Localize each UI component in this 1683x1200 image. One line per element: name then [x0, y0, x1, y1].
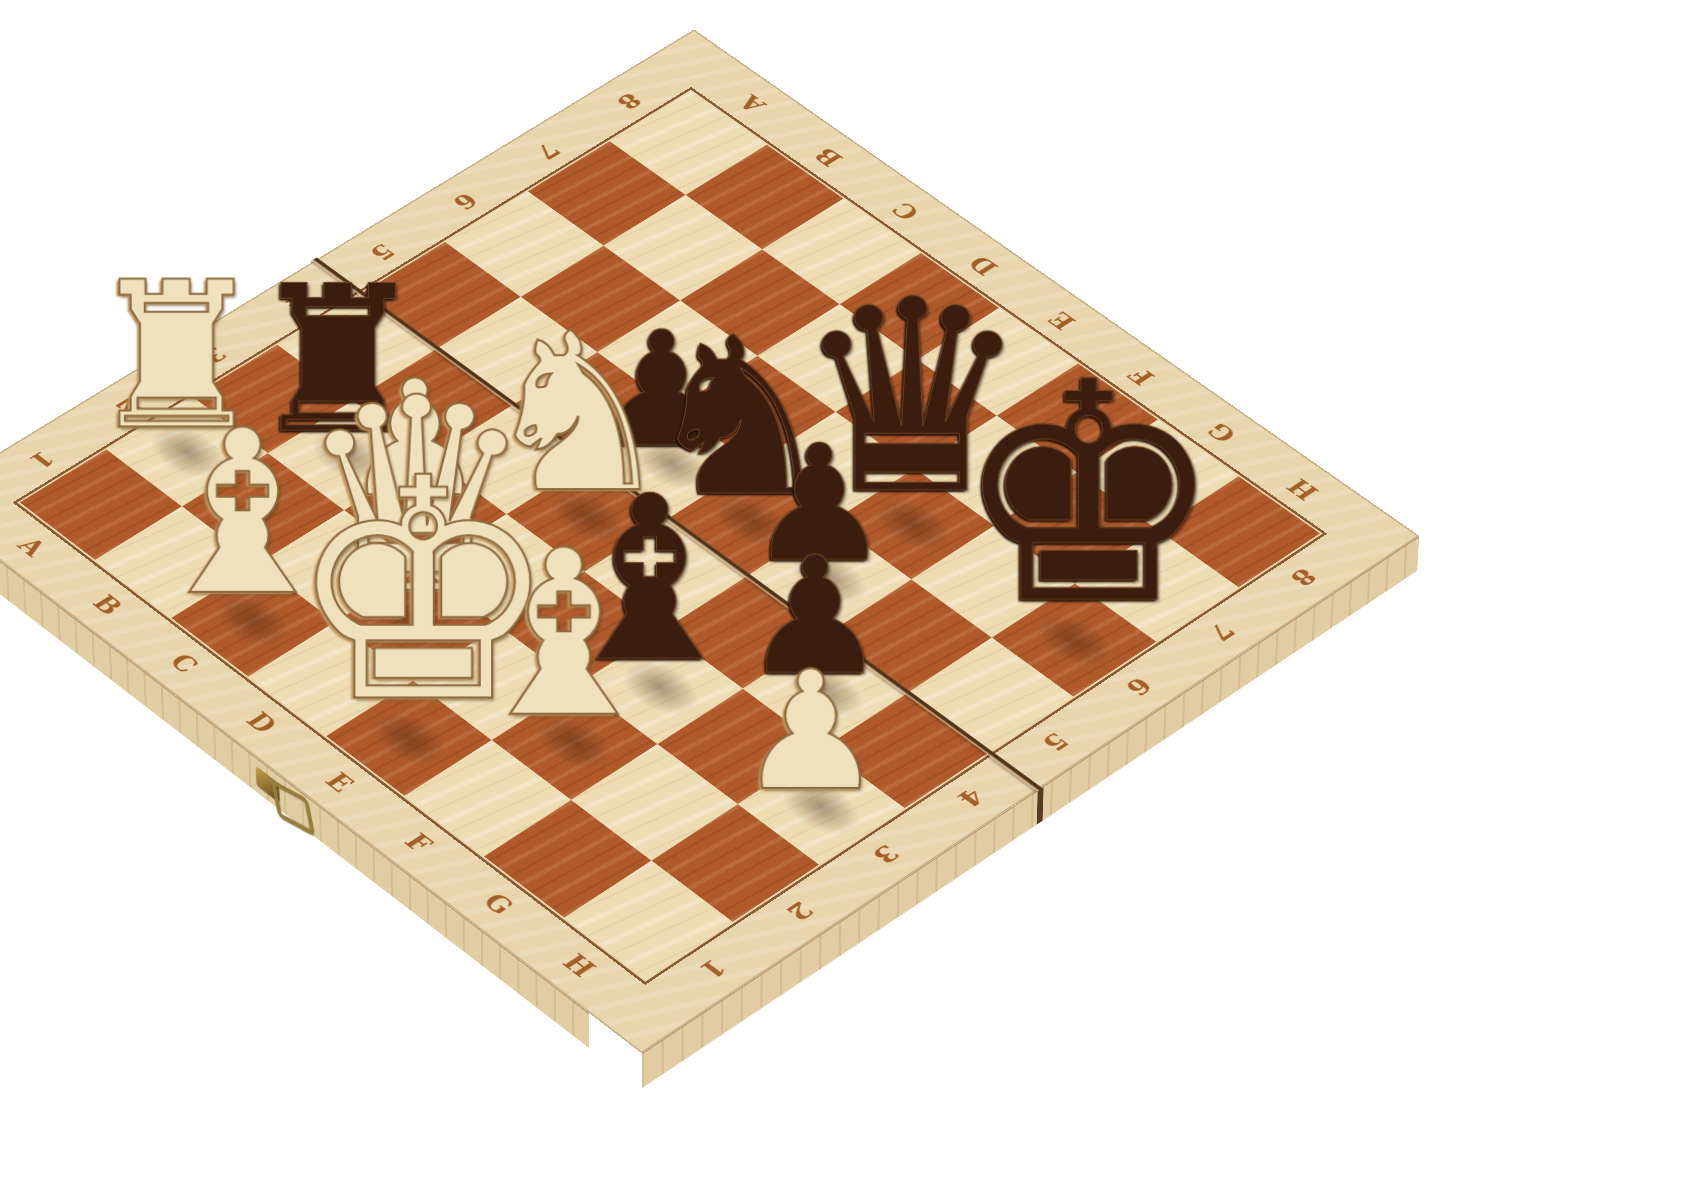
king-icon: ♚ — [953, 343, 1176, 646]
pawn-icon: ♟ — [698, 649, 924, 813]
box-side-seam — [1037, 787, 1044, 825]
bishop-icon: ♝ — [452, 520, 677, 749]
board-surface: 87654321 87654321 ABCDEFGH ABCDEFGH ♚♛♜♝… — [0, 29, 1419, 1053]
scene: 87654321 87654321 ABCDEFGH ABCDEFGH ♚♛♜♝… — [0, 0, 1683, 1200]
chess-board: 87654321 87654321 ABCDEFGH ABCDEFGH ♚♛♜♝… — [0, 29, 1419, 1053]
play-area: ♚♛♜♝♝♞♟♟♚♛♜♝♞♟♟♟ — [20, 92, 1320, 980]
brass-clasp-icon — [256, 763, 310, 832]
